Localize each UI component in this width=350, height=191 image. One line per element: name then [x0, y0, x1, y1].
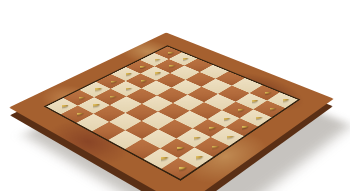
rook-glyph: ♜: [164, 133, 194, 166]
chess-set-photo: ♜♟♟♜♞♟♟♞♝♟♟♝♛♟♟♛♚♟♟♚♝♟♟♝♞♟♟♞♜♟♟♜: [0, 0, 350, 191]
pawn-glyph: ♟: [65, 84, 90, 112]
